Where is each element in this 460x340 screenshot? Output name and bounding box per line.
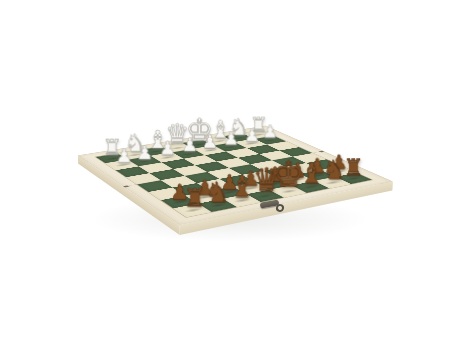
piece-brown-rook: ♜ bbox=[183, 186, 205, 211]
clasp-latch bbox=[258, 197, 292, 215]
piece-white-pawn: ♟ bbox=[202, 133, 218, 151]
piece-white-pawn: ♟ bbox=[223, 129, 239, 147]
piece-brown-rook: ♜ bbox=[344, 156, 364, 179]
clasp-hook-icon bbox=[275, 203, 285, 213]
piece-white-pawn: ♟ bbox=[136, 143, 153, 162]
piece-white-pawn: ♟ bbox=[263, 123, 279, 140]
piece-white-pawn: ♟ bbox=[115, 146, 132, 165]
piece-brown-knight: ♞ bbox=[205, 178, 230, 206]
piece-brown-knight: ♞ bbox=[323, 157, 346, 183]
piece-brown-queen: ♛ bbox=[253, 165, 281, 197]
chess-set-photo: ♜♞♝♛♚♝♞♜♟♟♟♟♟♟♟♟♟♟♟♟♟♟♟♟♜♞♝♛♚♝♞♜ bbox=[0, 0, 460, 340]
piece-brown-bishop: ♝ bbox=[230, 172, 256, 201]
piece-white-pawn: ♟ bbox=[182, 136, 198, 154]
perspective-stage: ♜♞♝♛♚♝♞♜♟♟♟♟♟♟♟♟♟♟♟♟♟♟♟♟♜♞♝♛♚♝♞♜ bbox=[114, 53, 344, 283]
piece-white-pawn: ♟ bbox=[244, 126, 260, 144]
piece-white-pawn: ♟ bbox=[159, 139, 176, 157]
